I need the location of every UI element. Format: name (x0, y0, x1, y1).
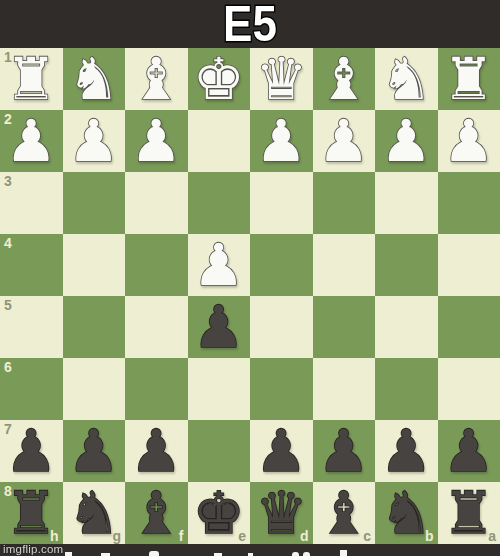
cutoff-text-fragment (292, 552, 299, 556)
meme-image: E5 1♜♞♝♚♛♝♞♜2♟♟♟♟♟♟♟34♟5♟67♟♟♟♟♟♟♟8h♜g♞f… (0, 0, 500, 556)
piece-white-knight: ♞ (380, 48, 432, 110)
square-f4[interactable] (125, 234, 188, 296)
piece-black-queen: ♛ (255, 482, 307, 544)
piece-white-pawn: ♟ (380, 110, 432, 172)
square-d8[interactable]: d♛ (250, 482, 313, 544)
caption-bar: E5 (0, 0, 500, 48)
square-c4[interactable] (313, 234, 376, 296)
piece-black-bishop: ♝ (318, 482, 370, 544)
square-b8[interactable]: b♞ (375, 482, 438, 544)
square-f3[interactable] (125, 172, 188, 234)
piece-black-knight: ♞ (68, 482, 120, 544)
square-b1[interactable]: ♞ (375, 48, 438, 110)
square-d2[interactable]: ♟ (250, 110, 313, 172)
bottom-bar (0, 544, 500, 556)
square-d6[interactable] (250, 358, 313, 420)
square-c5[interactable] (313, 296, 376, 358)
piece-white-rook: ♜ (443, 48, 495, 110)
square-g6[interactable] (63, 358, 126, 420)
square-h4[interactable]: 4 (0, 234, 63, 296)
square-a5[interactable] (438, 296, 500, 358)
square-a2[interactable]: ♟ (438, 110, 500, 172)
square-h8[interactable]: 8h♜ (0, 482, 63, 544)
meme-caption: E5 (223, 0, 277, 49)
square-c1[interactable]: ♝ (313, 48, 376, 110)
square-f8[interactable]: f♝ (125, 482, 188, 544)
square-f1[interactable]: ♝ (125, 48, 188, 110)
square-a3[interactable] (438, 172, 500, 234)
piece-white-pawn: ♟ (255, 110, 307, 172)
piece-white-pawn: ♟ (318, 110, 370, 172)
square-f2[interactable]: ♟ (125, 110, 188, 172)
square-f6[interactable] (125, 358, 188, 420)
piece-white-bishop: ♝ (130, 48, 182, 110)
cutoff-text-fragment (340, 550, 347, 556)
rank-label-3: 3 (4, 173, 12, 189)
square-c8[interactable]: c♝ (313, 482, 376, 544)
square-g7[interactable]: ♟ (63, 420, 126, 482)
square-c6[interactable] (313, 358, 376, 420)
square-h1[interactable]: 1♜ (0, 48, 63, 110)
square-b4[interactable] (375, 234, 438, 296)
piece-white-pawn: ♟ (68, 110, 120, 172)
square-e1[interactable]: ♚ (188, 48, 251, 110)
piece-black-pawn: ♟ (443, 420, 495, 482)
square-a8[interactable]: a♜ (438, 482, 500, 544)
square-a6[interactable] (438, 358, 500, 420)
imgflip-watermark: imgflip.com (3, 543, 63, 556)
rank-label-5: 5 (4, 297, 12, 313)
square-b6[interactable] (375, 358, 438, 420)
square-c3[interactable] (313, 172, 376, 234)
square-g5[interactable] (63, 296, 126, 358)
cutoff-text-fragment (65, 552, 72, 556)
square-f7[interactable]: ♟ (125, 420, 188, 482)
piece-black-pawn: ♟ (255, 420, 307, 482)
piece-black-bishop: ♝ (130, 482, 182, 544)
square-b3[interactable] (375, 172, 438, 234)
cutoff-text-fragment (149, 551, 159, 556)
square-h3[interactable]: 3 (0, 172, 63, 234)
square-g8[interactable]: g♞ (63, 482, 126, 544)
square-d4[interactable] (250, 234, 313, 296)
piece-black-pawn: ♟ (130, 420, 182, 482)
square-g2[interactable]: ♟ (63, 110, 126, 172)
square-e6[interactable] (188, 358, 251, 420)
square-b7[interactable]: ♟ (375, 420, 438, 482)
piece-white-king: ♚ (193, 48, 245, 110)
square-e3[interactable] (188, 172, 251, 234)
square-h5[interactable]: 5 (0, 296, 63, 358)
square-b2[interactable]: ♟ (375, 110, 438, 172)
square-h2[interactable]: 2♟ (0, 110, 63, 172)
piece-white-bishop: ♝ (318, 48, 370, 110)
piece-white-queen: ♛ (255, 48, 307, 110)
square-g1[interactable]: ♞ (63, 48, 126, 110)
square-b5[interactable] (375, 296, 438, 358)
piece-white-pawn: ♟ (130, 110, 182, 172)
square-f5[interactable] (125, 296, 188, 358)
piece-black-pawn: ♟ (5, 420, 57, 482)
piece-white-pawn: ♟ (443, 110, 495, 172)
square-d1[interactable]: ♛ (250, 48, 313, 110)
square-e2[interactable] (188, 110, 251, 172)
square-d7[interactable]: ♟ (250, 420, 313, 482)
square-h7[interactable]: 7♟ (0, 420, 63, 482)
square-a7[interactable]: ♟ (438, 420, 500, 482)
piece-black-pawn: ♟ (68, 420, 120, 482)
piece-white-pawn: ♟ (5, 110, 57, 172)
rank-label-6: 6 (4, 359, 12, 375)
piece-white-knight: ♞ (68, 48, 120, 110)
square-g3[interactable] (63, 172, 126, 234)
square-a1[interactable]: ♜ (438, 48, 500, 110)
square-e7[interactable] (188, 420, 251, 482)
piece-black-rook: ♜ (5, 482, 57, 544)
square-h6[interactable]: 6 (0, 358, 63, 420)
piece-black-pawn: ♟ (380, 420, 432, 482)
square-d5[interactable] (250, 296, 313, 358)
square-d3[interactable] (250, 172, 313, 234)
square-c2[interactable]: ♟ (313, 110, 376, 172)
square-a4[interactable] (438, 234, 500, 296)
square-e5[interactable]: ♟ (188, 296, 251, 358)
piece-black-pawn: ♟ (193, 296, 245, 358)
piece-black-rook: ♜ (443, 482, 495, 544)
piece-white-rook: ♜ (5, 48, 57, 110)
rank-label-4: 4 (4, 235, 12, 251)
piece-black-pawn: ♟ (318, 420, 370, 482)
square-e4[interactable]: ♟ (188, 234, 251, 296)
chess-board: 1♜♞♝♚♛♝♞♜2♟♟♟♟♟♟♟34♟5♟67♟♟♟♟♟♟♟8h♜g♞f♝e♚… (0, 48, 500, 544)
square-e8[interactable]: e♚ (188, 482, 251, 544)
cutoff-text-fragment (303, 552, 310, 556)
square-c7[interactable]: ♟ (313, 420, 376, 482)
piece-black-king: ♚ (193, 482, 245, 544)
piece-white-pawn: ♟ (193, 234, 245, 296)
piece-black-knight: ♞ (380, 482, 432, 544)
square-g4[interactable] (63, 234, 126, 296)
